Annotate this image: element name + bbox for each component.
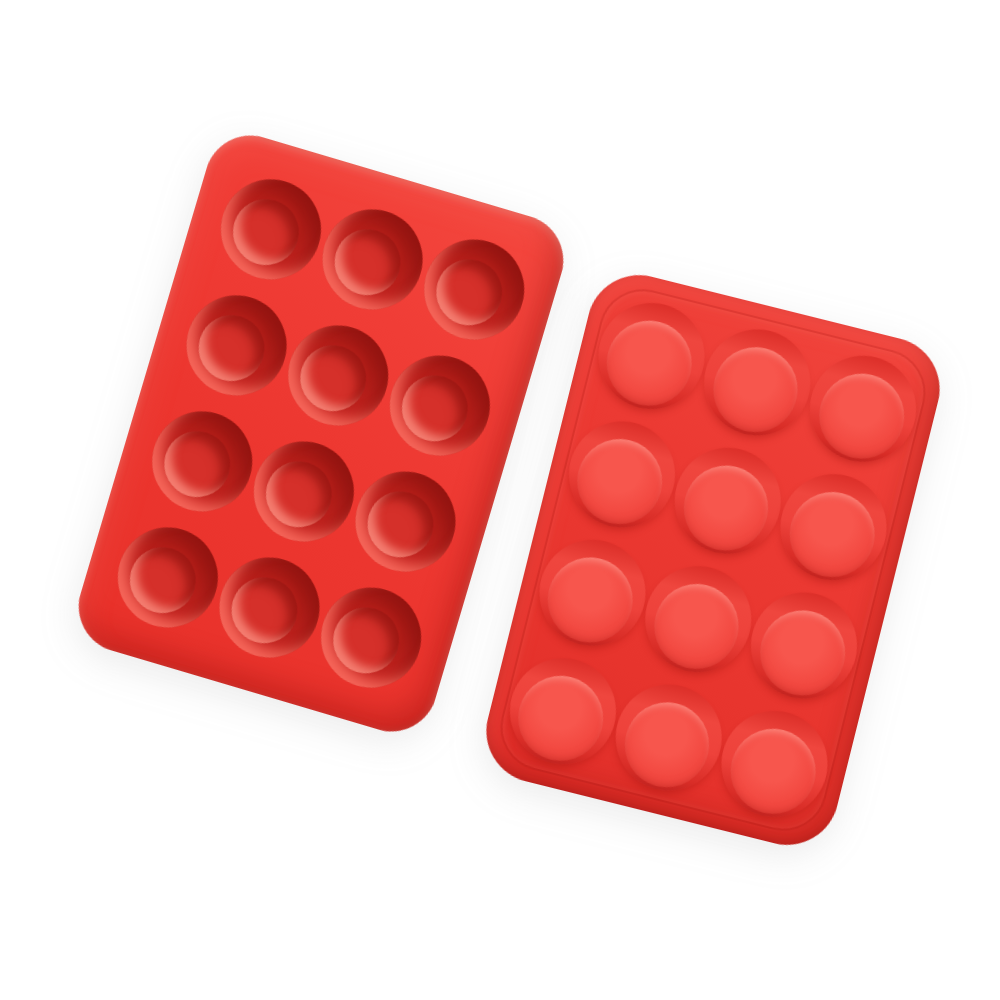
muffin-cup-bump [693,318,821,446]
muffin-cup-bump [528,528,656,656]
muffin-cup-bump [557,410,685,538]
muffin-cup-cavity [310,198,434,322]
muffin-cup-cavity [140,399,264,523]
muffin-cup-cavity [207,545,331,669]
muffin-cup-bump [740,581,868,709]
muffin-cup-cavity [378,344,502,468]
muffin-cup-cavity [209,168,333,292]
product-photo [0,0,1000,1000]
muffin-cup-cavity [106,515,230,639]
muffin-cup-bump [711,700,839,828]
muffin-cup-cavity [309,575,433,699]
muffin-cup-bump [587,292,715,420]
muffin-cup-bump [498,647,626,775]
muffin-cup-cavity [412,228,536,352]
muffin-pan-top-view [68,124,575,742]
muffin-cup-bump [770,463,898,591]
muffin-cup-bump [799,345,927,473]
muffin-cup-bump [663,437,791,565]
muffin-pan-bottom-view [475,264,950,856]
muffin-cup-cavity [343,459,467,583]
muffin-cup-cavity [174,283,298,407]
muffin-cup-cavity [242,429,366,553]
muffin-cup-cavity [276,313,400,437]
muffin-cup-bump [604,673,732,801]
cavity-grid [100,157,542,710]
bump-grid [495,284,931,837]
muffin-cup-bump [634,555,762,683]
